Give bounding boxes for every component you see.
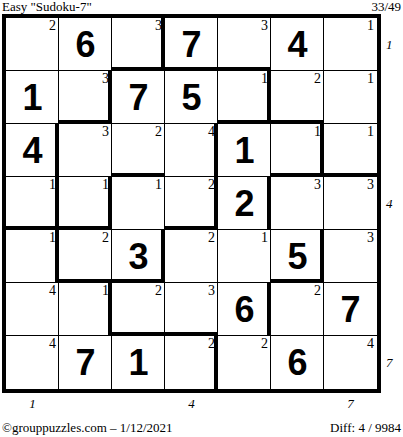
pencil-mark: 2 xyxy=(208,178,215,192)
progress-counter: 33/49 xyxy=(371,0,401,14)
pencil-mark: 1 xyxy=(367,72,374,86)
page-title: Easy "Sudoku-7" xyxy=(2,0,92,14)
given-digit: 1 xyxy=(218,124,271,177)
cell-r5-c5[interactable]: 1 xyxy=(218,230,271,283)
given-digit: 1 xyxy=(112,336,165,389)
given-digit: 6 xyxy=(271,336,324,389)
given-digit: 1 xyxy=(6,71,59,124)
pencil-mark: 3 xyxy=(314,178,321,192)
pencil-mark: 1 xyxy=(155,178,162,192)
cell-r4-c3[interactable]: 1 xyxy=(112,177,165,230)
pencil-mark: 1 xyxy=(49,178,56,192)
difficulty-text: Diff: 4 / 9984 xyxy=(330,420,401,436)
pencil-mark: 2 xyxy=(208,337,215,351)
cell-r7-c1[interactable]: 4 xyxy=(6,336,59,389)
cell-r1-c6: 4 xyxy=(271,18,324,71)
pencil-mark: 2 xyxy=(314,72,321,86)
pencil-mark: 1 xyxy=(102,284,109,298)
cell-r6-c6[interactable]: 2 xyxy=(271,283,324,336)
cell-r2-c5[interactable]: 1 xyxy=(218,71,271,124)
pencil-mark: 4 xyxy=(208,125,215,139)
cell-r5-c3: 3 xyxy=(112,230,165,283)
cell-r3-c5: 1 xyxy=(218,124,271,177)
pencil-mark: 2 xyxy=(314,284,321,298)
cell-r1-c1[interactable]: 2 xyxy=(6,18,59,71)
col-label-4: 4 xyxy=(185,396,199,412)
cell-r7-c2: 7 xyxy=(59,336,112,389)
cell-r2-c4: 5 xyxy=(165,71,218,124)
cell-r3-c1: 4 xyxy=(6,124,59,177)
given-digit: 6 xyxy=(59,18,112,71)
given-digit: 4 xyxy=(6,124,59,177)
row-label-7: 7 xyxy=(386,355,400,371)
given-digit: 4 xyxy=(271,18,324,71)
cell-r1-c4: 7 xyxy=(165,18,218,71)
cell-r2-c3: 7 xyxy=(112,71,165,124)
puzzle-page: Easy "Sudoku-7" 33/49 263734113751214324… xyxy=(0,0,403,437)
cell-r4-c5: 2 xyxy=(218,177,271,230)
given-digit: 5 xyxy=(271,230,324,283)
cell-r6-c5: 6 xyxy=(218,283,271,336)
cell-r2-c1: 1 xyxy=(6,71,59,124)
pencil-mark: 1 xyxy=(261,231,268,245)
cell-r2-c2[interactable]: 3 xyxy=(59,71,112,124)
given-digit: 2 xyxy=(218,177,271,230)
cell-r3-c3[interactable]: 2 xyxy=(112,124,165,177)
cell-r1-c2: 6 xyxy=(59,18,112,71)
pencil-mark: 1 xyxy=(49,231,56,245)
pencil-mark: 2 xyxy=(155,125,162,139)
cell-r4-c1[interactable]: 1 xyxy=(6,177,59,230)
cell-r7-c4[interactable]: 2 xyxy=(165,336,218,389)
pencil-mark: 2 xyxy=(208,231,215,245)
cell-r3-c2[interactable]: 3 xyxy=(59,124,112,177)
pencil-mark: 4 xyxy=(367,337,374,351)
given-digit: 3 xyxy=(112,230,165,283)
cell-r7-c7[interactable]: 4 xyxy=(324,336,377,389)
cell-r3-c6[interactable]: 1 xyxy=(271,124,324,177)
pencil-mark: 3 xyxy=(102,125,109,139)
pencil-mark: 3 xyxy=(155,19,162,33)
given-digit: 6 xyxy=(218,283,271,336)
cell-r3-c4[interactable]: 4 xyxy=(165,124,218,177)
sudoku-board: 2637341137512143241111112233123215341236… xyxy=(2,14,381,393)
cell-r4-c2[interactable]: 1 xyxy=(59,177,112,230)
pencil-mark: 1 xyxy=(102,178,109,192)
cell-r1-c3[interactable]: 3 xyxy=(112,18,165,71)
cell-r7-c5[interactable]: 2 xyxy=(218,336,271,389)
cell-r6-c2[interactable]: 1 xyxy=(59,283,112,336)
cell-r3-c7[interactable]: 1 xyxy=(324,124,377,177)
pencil-mark: 3 xyxy=(102,72,109,86)
pencil-mark: 1 xyxy=(367,19,374,33)
pencil-mark: 4 xyxy=(49,337,56,351)
cell-r1-c5[interactable]: 3 xyxy=(218,18,271,71)
pencil-mark: 3 xyxy=(367,231,374,245)
cell-r5-c6: 5 xyxy=(271,230,324,283)
cell-r6-c4[interactable]: 3 xyxy=(165,283,218,336)
given-digit: 7 xyxy=(165,18,218,71)
given-digit: 5 xyxy=(165,71,218,124)
given-digit: 7 xyxy=(59,336,112,389)
row-label-1: 1 xyxy=(386,37,400,53)
pencil-mark: 1 xyxy=(367,125,374,139)
cell-r5-c1[interactable]: 1 xyxy=(6,230,59,283)
cell-r5-c2[interactable]: 2 xyxy=(59,230,112,283)
pencil-mark: 3 xyxy=(208,284,215,298)
pencil-mark: 4 xyxy=(49,284,56,298)
cell-r4-c4[interactable]: 2 xyxy=(165,177,218,230)
pencil-mark: 2 xyxy=(261,337,268,351)
pencil-mark: 1 xyxy=(314,125,321,139)
given-digit: 7 xyxy=(324,283,377,336)
cell-r7-c6: 6 xyxy=(271,336,324,389)
given-digit: 7 xyxy=(112,71,165,124)
cell-r7-c3: 1 xyxy=(112,336,165,389)
cell-r5-c4[interactable]: 2 xyxy=(165,230,218,283)
pencil-mark: 1 xyxy=(261,72,268,86)
cell-r4-c7[interactable]: 3 xyxy=(324,177,377,230)
cell-r1-c7[interactable]: 1 xyxy=(324,18,377,71)
row-label-4: 4 xyxy=(386,196,400,212)
pencil-mark: 2 xyxy=(102,231,109,245)
cell-r6-c1[interactable]: 4 xyxy=(6,283,59,336)
pencil-mark: 3 xyxy=(261,19,268,33)
pencil-mark: 3 xyxy=(367,178,374,192)
col-label-1: 1 xyxy=(26,396,40,412)
cell-r6-c7: 7 xyxy=(324,283,377,336)
cell-r2-c6[interactable]: 2 xyxy=(271,71,324,124)
cell-r6-c3[interactable]: 2 xyxy=(112,283,165,336)
pencil-mark: 2 xyxy=(155,284,162,298)
pencil-mark: 2 xyxy=(49,19,56,33)
cell-r4-c6[interactable]: 3 xyxy=(271,177,324,230)
cell-r2-c7[interactable]: 1 xyxy=(324,71,377,124)
copyright-text: ©grouppuzzles.com – 1/12/2021 xyxy=(2,420,173,436)
col-label-7: 7 xyxy=(344,396,358,412)
cell-r5-c7[interactable]: 3 xyxy=(324,230,377,283)
